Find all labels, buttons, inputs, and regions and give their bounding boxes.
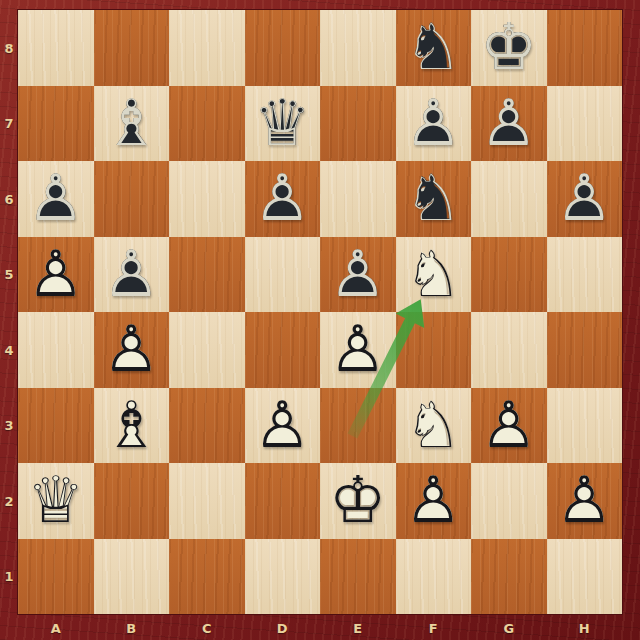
white-knight-outline-icon: ♘ (396, 388, 472, 464)
square-b4[interactable]: ♟♙ (94, 312, 170, 388)
square-h4[interactable] (547, 312, 623, 388)
piece-black-pawn-b5[interactable]: ♟♙ (94, 237, 170, 313)
piece-white-queen-a2[interactable]: ♛♕ (18, 463, 94, 539)
piece-black-pawn-f7[interactable]: ♟♙ (396, 86, 472, 162)
square-b8[interactable] (94, 10, 170, 86)
square-c8[interactable] (169, 10, 245, 86)
square-g2[interactable] (471, 463, 547, 539)
square-b3[interactable]: ♝♗ (94, 388, 170, 464)
square-g5[interactable] (471, 237, 547, 313)
square-d6[interactable]: ♟♙ (245, 161, 321, 237)
square-h7[interactable] (547, 86, 623, 162)
square-h3[interactable] (547, 388, 623, 464)
board: ♞♘♚♔♝♗♛♕♟♙♟♙♟♙♟♙♞♘♟♙♟♙♟♙♟♙♞♘♟♙♟♙♝♗♟♙♞♘♟♙… (18, 10, 622, 614)
white-pawn-outline-icon: ♙ (94, 312, 170, 388)
black-pawn-outline-icon: ♙ (396, 86, 472, 162)
white-queen-outline-icon: ♕ (18, 463, 94, 539)
rank-label-6: 6 (4, 191, 13, 206)
square-a5[interactable]: ♟♙ (18, 237, 94, 313)
piece-black-king-g8[interactable]: ♚♔ (471, 10, 547, 86)
square-g4[interactable] (471, 312, 547, 388)
rank-label-3: 3 (4, 418, 13, 433)
white-pawn-outline-icon: ♙ (245, 388, 321, 464)
square-d7[interactable]: ♛♕ (245, 86, 321, 162)
square-a8[interactable] (18, 10, 94, 86)
piece-white-knight-f3[interactable]: ♞♘ (396, 388, 472, 464)
piece-black-pawn-a6[interactable]: ♟♙ (18, 161, 94, 237)
white-bishop-outline-icon: ♗ (94, 388, 170, 464)
square-a6[interactable]: ♟♙ (18, 161, 94, 237)
piece-black-pawn-e5[interactable]: ♟♙ (320, 237, 396, 313)
black-bishop-outline-icon: ♗ (94, 86, 170, 162)
square-b6[interactable] (94, 161, 170, 237)
square-c3[interactable] (169, 388, 245, 464)
square-e3[interactable] (320, 388, 396, 464)
square-e1[interactable] (320, 539, 396, 615)
square-g6[interactable] (471, 161, 547, 237)
white-pawn-outline-icon: ♙ (18, 237, 94, 313)
piece-black-pawn-g7[interactable]: ♟♙ (471, 86, 547, 162)
white-pawn-outline-icon: ♙ (396, 463, 472, 539)
stage: ♞♘♚♔♝♗♛♕♟♙♟♙♟♙♟♙♞♘♟♙♟♙♟♙♟♙♞♘♟♙♟♙♝♗♟♙♞♘♟♙… (0, 0, 640, 640)
square-a2[interactable]: ♛♕ (18, 463, 94, 539)
square-f5[interactable]: ♞♘ (396, 237, 472, 313)
rank-label-8: 8 (4, 40, 13, 55)
rank-label-5: 5 (4, 267, 13, 282)
square-d4[interactable] (245, 312, 321, 388)
file-label-b: B (126, 621, 136, 636)
square-h8[interactable] (547, 10, 623, 86)
square-g8[interactable]: ♚♔ (471, 10, 547, 86)
piece-white-pawn-g3[interactable]: ♟♙ (471, 388, 547, 464)
piece-black-knight-f8[interactable]: ♞♘ (396, 10, 472, 86)
square-b7[interactable]: ♝♗ (94, 86, 170, 162)
piece-white-king-e2[interactable]: ♚♔ (320, 463, 396, 539)
square-e7[interactable] (320, 86, 396, 162)
black-knight-outline-icon: ♘ (396, 161, 472, 237)
black-king-outline-icon: ♔ (471, 10, 547, 86)
square-e2[interactable]: ♚♔ (320, 463, 396, 539)
file-label-c: C (202, 621, 212, 636)
rank-label-4: 4 (4, 342, 13, 357)
piece-white-pawn-b4[interactable]: ♟♙ (94, 312, 170, 388)
file-label-h: H (579, 621, 590, 636)
square-f6[interactable]: ♞♘ (396, 161, 472, 237)
square-e6[interactable] (320, 161, 396, 237)
square-g1[interactable] (471, 539, 547, 615)
piece-white-pawn-e4[interactable]: ♟♙ (320, 312, 396, 388)
square-b1[interactable] (94, 539, 170, 615)
square-f1[interactable] (396, 539, 472, 615)
black-pawn-outline-icon: ♙ (547, 161, 623, 237)
rank-label-7: 7 (4, 116, 13, 131)
piece-black-pawn-d6[interactable]: ♟♙ (245, 161, 321, 237)
square-d5[interactable] (245, 237, 321, 313)
file-label-d: D (277, 621, 288, 636)
white-king-outline-icon: ♔ (320, 463, 396, 539)
square-c4[interactable] (169, 312, 245, 388)
file-label-a: A (51, 621, 61, 636)
piece-white-pawn-f2[interactable]: ♟♙ (396, 463, 472, 539)
black-pawn-outline-icon: ♙ (94, 237, 170, 313)
square-h2[interactable]: ♟♙ (547, 463, 623, 539)
square-a7[interactable] (18, 86, 94, 162)
square-h1[interactable] (547, 539, 623, 615)
square-b2[interactable] (94, 463, 170, 539)
piece-black-knight-f6[interactable]: ♞♘ (396, 161, 472, 237)
white-pawn-outline-icon: ♙ (547, 463, 623, 539)
white-knight-outline-icon: ♘ (396, 237, 472, 313)
square-d3[interactable]: ♟♙ (245, 388, 321, 464)
rank-label-1: 1 (4, 569, 13, 584)
square-a4[interactable] (18, 312, 94, 388)
piece-white-pawn-h2[interactable]: ♟♙ (547, 463, 623, 539)
square-d1[interactable] (245, 539, 321, 615)
square-c2[interactable] (169, 463, 245, 539)
square-f8[interactable]: ♞♘ (396, 10, 472, 86)
piece-black-queen-d7[interactable]: ♛♕ (245, 86, 321, 162)
white-pawn-outline-icon: ♙ (471, 388, 547, 464)
piece-white-pawn-d3[interactable]: ♟♙ (245, 388, 321, 464)
square-g3[interactable]: ♟♙ (471, 388, 547, 464)
square-e8[interactable] (320, 10, 396, 86)
rank-label-2: 2 (4, 493, 13, 508)
file-label-e: E (353, 621, 362, 636)
square-b5[interactable]: ♟♙ (94, 237, 170, 313)
square-c1[interactable] (169, 539, 245, 615)
square-f3[interactable]: ♞♘ (396, 388, 472, 464)
square-e4[interactable]: ♟♙ (320, 312, 396, 388)
square-h5[interactable] (547, 237, 623, 313)
square-f2[interactable]: ♟♙ (396, 463, 472, 539)
file-label-g: G (503, 621, 514, 636)
piece-white-knight-f5[interactable]: ♞♘ (396, 237, 472, 313)
square-e5[interactable]: ♟♙ (320, 237, 396, 313)
black-queen-outline-icon: ♕ (245, 86, 321, 162)
file-label-f: F (429, 621, 438, 636)
square-a3[interactable] (18, 388, 94, 464)
square-d2[interactable] (245, 463, 321, 539)
black-pawn-outline-icon: ♙ (18, 161, 94, 237)
square-f4[interactable] (396, 312, 472, 388)
piece-white-bishop-b3[interactable]: ♝♗ (94, 388, 170, 464)
square-d8[interactable] (245, 10, 321, 86)
black-knight-outline-icon: ♘ (396, 10, 472, 86)
square-h6[interactable]: ♟♙ (547, 161, 623, 237)
piece-black-pawn-h6[interactable]: ♟♙ (547, 161, 623, 237)
square-g7[interactable]: ♟♙ (471, 86, 547, 162)
white-pawn-outline-icon: ♙ (320, 312, 396, 388)
piece-white-pawn-a5[interactable]: ♟♙ (18, 237, 94, 313)
black-pawn-outline-icon: ♙ (471, 86, 547, 162)
piece-black-bishop-b7[interactable]: ♝♗ (94, 86, 170, 162)
square-c7[interactable] (169, 86, 245, 162)
square-f7[interactable]: ♟♙ (396, 86, 472, 162)
square-a1[interactable] (18, 539, 94, 615)
black-pawn-outline-icon: ♙ (320, 237, 396, 313)
black-pawn-outline-icon: ♙ (245, 161, 321, 237)
square-c6[interactable] (169, 161, 245, 237)
square-c5[interactable] (169, 237, 245, 313)
